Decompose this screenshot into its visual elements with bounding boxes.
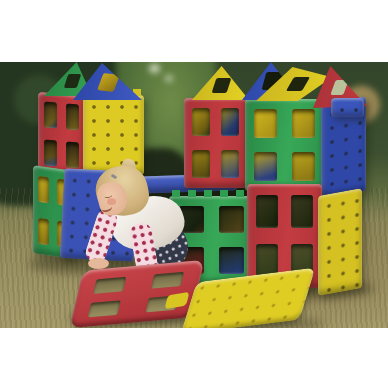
sky-gap — [149, 64, 160, 73]
window — [256, 195, 278, 227]
window — [254, 152, 277, 181]
window — [219, 247, 244, 274]
window — [192, 108, 210, 136]
window — [192, 150, 210, 178]
gable-hole — [64, 74, 82, 88]
window — [221, 150, 239, 178]
window — [38, 176, 49, 204]
window — [292, 109, 315, 138]
garden-photo — [0, 62, 388, 328]
right-red-window-panel — [184, 98, 247, 188]
lattice-hole — [88, 300, 121, 317]
letterbox-top — [0, 0, 388, 62]
window — [44, 140, 58, 167]
lattice-hole — [151, 272, 184, 289]
right-blue-roof-bit — [331, 98, 364, 117]
sky-gap-2 — [165, 75, 173, 82]
window — [292, 152, 315, 181]
window — [291, 195, 313, 227]
lattice-hole — [93, 277, 126, 294]
window — [44, 101, 58, 128]
girl-hand-right — [88, 258, 109, 269]
window — [66, 142, 80, 169]
window — [221, 108, 239, 136]
roof-hole — [286, 77, 310, 91]
letterbox-bottom — [0, 328, 388, 388]
gable-hole — [212, 78, 232, 93]
lower-yellow-side-panel — [318, 188, 362, 296]
lower-green-panel-tabs — [172, 190, 251, 197]
window — [219, 206, 244, 233]
window — [254, 109, 277, 138]
window — [38, 217, 49, 245]
product-photo — [0, 0, 388, 388]
right-green-window-panel — [245, 99, 324, 191]
window — [66, 103, 80, 130]
left-red-window-panel — [38, 92, 85, 178]
